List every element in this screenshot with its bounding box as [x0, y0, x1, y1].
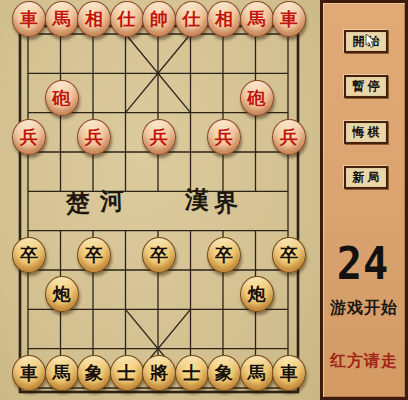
river-label: 漢 — [184, 187, 211, 214]
piece-black-cannon[interactable]: 炮 — [240, 276, 274, 312]
piece-char: 卒 — [85, 246, 103, 264]
xiangqi-board[interactable]: 楚 河 漢 界 車馬相仕帥仕相馬車砲砲兵兵兵兵兵卒卒卒卒卒炮炮車馬象士將士象馬車 — [0, 0, 320, 400]
piece-black-king[interactable]: 將 — [142, 355, 176, 391]
status-turn-text: 红方请走 — [323, 351, 405, 372]
piece-char: 象 — [215, 364, 233, 382]
piece-char: 相 — [85, 10, 103, 28]
piece-char: 兵 — [20, 128, 38, 146]
piece-char: 車 — [20, 10, 38, 28]
piece-red-king[interactable]: 帥 — [142, 1, 176, 37]
piece-red-elephant[interactable]: 相 — [77, 1, 111, 37]
piece-red-chariot[interactable]: 車 — [272, 1, 306, 37]
piece-char: 帥 — [150, 10, 168, 28]
piece-black-soldier[interactable]: 卒 — [272, 237, 306, 273]
piece-red-cannon[interactable]: 砲 — [240, 80, 274, 116]
river-label: 河 — [99, 188, 126, 215]
piece-black-elephant[interactable]: 象 — [77, 355, 111, 391]
piece-char: 馬 — [248, 10, 266, 28]
piece-char: 馬 — [53, 364, 71, 382]
piece-char: 兵 — [150, 128, 168, 146]
piece-char: 車 — [280, 364, 298, 382]
piece-red-advisor[interactable]: 仕 — [110, 1, 144, 37]
board-grid — [0, 0, 320, 400]
piece-black-elephant[interactable]: 象 — [207, 355, 241, 391]
piece-black-cannon[interactable]: 炮 — [45, 276, 79, 312]
piece-black-soldier[interactable]: 卒 — [77, 237, 111, 273]
piece-red-chariot[interactable]: 車 — [12, 1, 46, 37]
piece-black-soldier[interactable]: 卒 — [142, 237, 176, 273]
piece-char: 炮 — [248, 285, 266, 303]
piece-black-chariot[interactable]: 車 — [12, 355, 46, 391]
piece-red-elephant[interactable]: 相 — [207, 1, 241, 37]
status-game-text: 游戏开始 — [323, 298, 405, 319]
piece-black-advisor[interactable]: 士 — [175, 355, 209, 391]
piece-char: 將 — [150, 364, 168, 382]
piece-char: 車 — [280, 10, 298, 28]
timer-display: 24 — [323, 238, 403, 289]
xiangqi-app: 楚 河 漢 界 車馬相仕帥仕相馬車砲砲兵兵兵兵兵卒卒卒卒卒炮炮車馬象士將士象馬車… — [0, 0, 408, 400]
piece-char: 砲 — [248, 89, 266, 107]
undo-button[interactable]: 悔棋 — [344, 121, 388, 144]
piece-char: 兵 — [85, 128, 103, 146]
piece-red-soldier[interactable]: 兵 — [272, 119, 306, 155]
piece-red-horse[interactable]: 馬 — [240, 1, 274, 37]
piece-red-advisor[interactable]: 仕 — [175, 1, 209, 37]
piece-char: 仕 — [118, 10, 136, 28]
piece-char: 象 — [85, 364, 103, 382]
piece-black-horse[interactable]: 馬 — [45, 355, 79, 391]
piece-black-chariot[interactable]: 車 — [272, 355, 306, 391]
river-label: 界 — [213, 190, 240, 217]
piece-char: 卒 — [215, 246, 233, 264]
control-panel: 開始 暫停 悔棋 新局 24 游戏开始 红方请走 — [320, 0, 408, 400]
piece-black-advisor[interactable]: 士 — [110, 355, 144, 391]
piece-char: 卒 — [150, 246, 168, 264]
piece-char: 仕 — [183, 10, 201, 28]
piece-black-horse[interactable]: 馬 — [240, 355, 274, 391]
piece-red-cannon[interactable]: 砲 — [45, 80, 79, 116]
pause-button[interactable]: 暫停 — [344, 75, 388, 98]
piece-char: 相 — [215, 10, 233, 28]
piece-char: 士 — [183, 364, 201, 382]
piece-red-soldier[interactable]: 兵 — [142, 119, 176, 155]
piece-char: 卒 — [280, 246, 298, 264]
river-label: 楚 — [65, 190, 92, 217]
piece-char: 兵 — [280, 128, 298, 146]
piece-char: 士 — [118, 364, 136, 382]
piece-char: 馬 — [248, 364, 266, 382]
piece-char: 砲 — [53, 89, 71, 107]
piece-char: 車 — [20, 364, 38, 382]
piece-char: 馬 — [53, 10, 71, 28]
piece-red-soldier[interactable]: 兵 — [77, 119, 111, 155]
piece-red-horse[interactable]: 馬 — [45, 1, 79, 37]
piece-black-soldier[interactable]: 卒 — [207, 237, 241, 273]
piece-char: 兵 — [215, 128, 233, 146]
new-game-button[interactable]: 新局 — [344, 166, 388, 189]
piece-black-soldier[interactable]: 卒 — [12, 237, 46, 273]
cursor-icon — [365, 34, 377, 49]
piece-red-soldier[interactable]: 兵 — [12, 119, 46, 155]
piece-red-soldier[interactable]: 兵 — [207, 119, 241, 155]
piece-char: 卒 — [20, 246, 38, 264]
piece-char: 炮 — [53, 285, 71, 303]
